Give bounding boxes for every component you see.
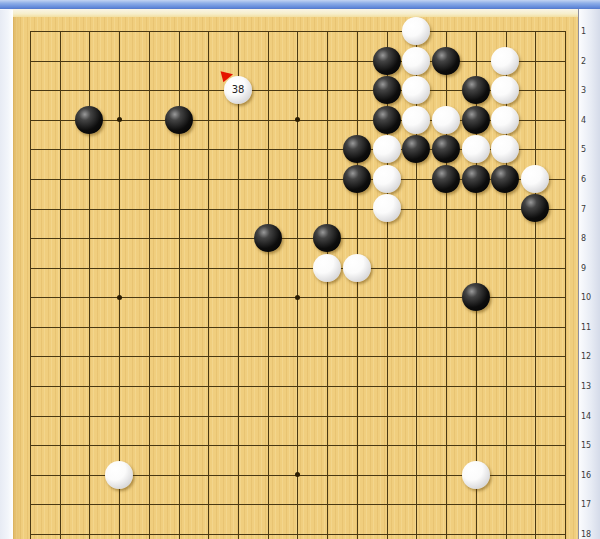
black-stone xyxy=(165,106,193,134)
row-label: 9 xyxy=(581,264,586,273)
white-stone xyxy=(373,194,401,222)
white-stone xyxy=(402,47,430,75)
black-stone xyxy=(432,47,460,75)
white-stone xyxy=(462,461,490,489)
row-label: 11 xyxy=(581,323,591,332)
black-stone xyxy=(343,135,371,163)
white-stone xyxy=(402,106,430,134)
goban[interactable]: 38 xyxy=(13,9,578,539)
row-label: 14 xyxy=(581,412,591,421)
black-stone xyxy=(462,76,490,104)
row-label: 7 xyxy=(581,205,586,214)
white-stone xyxy=(105,461,133,489)
row-label: 10 xyxy=(581,293,591,302)
row-label: 17 xyxy=(581,500,591,509)
black-stone xyxy=(462,106,490,134)
row-label: 13 xyxy=(581,382,591,391)
black-stone xyxy=(491,165,519,193)
row-label: 1 xyxy=(581,27,586,36)
white-stone xyxy=(491,47,519,75)
black-stone xyxy=(373,106,401,134)
row-label: 12 xyxy=(581,352,591,361)
black-stone xyxy=(432,165,460,193)
white-stone xyxy=(462,135,490,163)
row-label: 18 xyxy=(581,530,591,539)
stones-grid: 38 xyxy=(15,16,578,539)
white-stone xyxy=(491,135,519,163)
row-label: 16 xyxy=(581,471,591,480)
black-stone xyxy=(402,135,430,163)
black-stone xyxy=(373,76,401,104)
white-stone xyxy=(402,17,430,45)
row-label: 15 xyxy=(581,441,591,450)
row-label: 5 xyxy=(581,145,586,154)
row-coordinates-gutter: 123456789101112131415161718 xyxy=(578,9,600,539)
last-move-stone: 38 xyxy=(224,76,252,104)
black-stone xyxy=(462,283,490,311)
go-client-window: 38 123456789101112131415161718 xyxy=(0,0,600,539)
white-stone xyxy=(343,254,371,282)
white-stone xyxy=(491,76,519,104)
black-stone xyxy=(313,224,341,252)
row-label: 4 xyxy=(581,116,586,125)
white-stone xyxy=(432,106,460,134)
black-stone xyxy=(343,165,371,193)
white-stone xyxy=(491,106,519,134)
black-stone xyxy=(75,106,103,134)
row-label: 8 xyxy=(581,234,586,243)
white-stone xyxy=(521,165,549,193)
page-left-margin xyxy=(0,10,13,539)
white-stone xyxy=(373,135,401,163)
white-stone xyxy=(402,76,430,104)
black-stone xyxy=(521,194,549,222)
row-label: 3 xyxy=(581,86,586,95)
white-stone xyxy=(373,165,401,193)
row-label: 6 xyxy=(581,175,586,184)
black-stone xyxy=(373,47,401,75)
black-stone xyxy=(462,165,490,193)
black-stone xyxy=(432,135,460,163)
move-number-label: 38 xyxy=(224,76,252,104)
black-stone xyxy=(254,224,282,252)
white-stone xyxy=(313,254,341,282)
row-label: 2 xyxy=(581,57,586,66)
